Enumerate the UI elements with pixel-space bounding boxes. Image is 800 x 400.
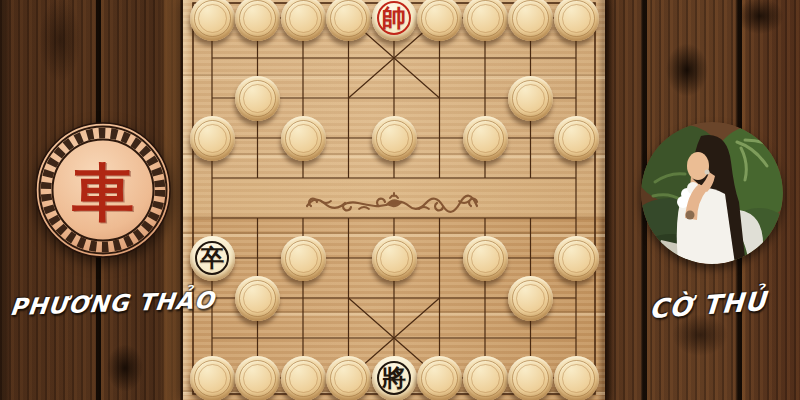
board-point-c9r7[interactable] (553, 238, 599, 278)
piece-covered[interactable] (508, 356, 553, 400)
board-point-c8r1[interactable] (508, 0, 554, 38)
board-point-c2r10[interactable] (235, 358, 281, 398)
chariot-emblem: 車 車 (35, 122, 171, 258)
piece-covered[interactable] (463, 116, 508, 161)
board-point-c5r7[interactable] (371, 238, 417, 278)
piece-covered[interactable] (281, 236, 326, 281)
piece-covered[interactable] (554, 236, 599, 281)
board-point-c1r7[interactable]: 卒 (189, 238, 235, 278)
piece-covered[interactable] (554, 0, 599, 41)
board-point-c5r1[interactable]: 帥 (371, 0, 417, 38)
board-point-c3r4[interactable] (280, 118, 326, 158)
board-point-c7r10[interactable] (462, 358, 508, 398)
board-point-c9r10[interactable] (553, 358, 599, 398)
piece-character: 帥 (382, 6, 406, 30)
piece-covered[interactable] (463, 236, 508, 281)
xiangqi-thumbnail: 帥卒將 車 車 (0, 0, 800, 400)
board-point-c2r3[interactable] (235, 78, 281, 118)
board-point-c9r4[interactable] (553, 118, 599, 158)
chariot-emblem-graphic: 車 車 (35, 122, 171, 258)
piece-ring: 帥 (377, 1, 411, 35)
piece-covered[interactable] (326, 0, 371, 41)
board-point-c2r1[interactable] (235, 0, 281, 38)
board-point-c7r1[interactable] (462, 0, 508, 38)
board-point-c8r8[interactable] (508, 278, 554, 318)
piece-covered[interactable] (281, 0, 326, 41)
board-point-c6r1[interactable] (417, 0, 463, 38)
piece-covered[interactable] (508, 76, 553, 121)
piece-covered[interactable] (235, 276, 280, 321)
board-point-c9r1[interactable] (553, 0, 599, 38)
board-point-c7r7[interactable] (462, 238, 508, 278)
piece-character: 卒 (200, 246, 224, 270)
piece-covered[interactable] (190, 116, 235, 161)
player-avatar-graphic (641, 122, 783, 264)
piece-covered[interactable] (372, 236, 417, 281)
piece-covered[interactable] (281, 116, 326, 161)
board-point-c3r7[interactable] (280, 238, 326, 278)
board-point-c1r1[interactable] (189, 0, 235, 38)
board-point-c8r10[interactable] (508, 358, 554, 398)
piece-covered[interactable] (463, 356, 508, 400)
board-point-c1r10[interactable] (189, 358, 235, 398)
board-point-c8r3[interactable] (508, 78, 554, 118)
board-point-c4r1[interactable] (326, 0, 372, 38)
board-point-c7r4[interactable] (462, 118, 508, 158)
piece-covered[interactable] (508, 276, 553, 321)
chariot-character: 車 (71, 156, 134, 229)
piece-covered[interactable] (463, 0, 508, 41)
piece-black-revealed[interactable]: 將 (372, 356, 417, 400)
piece-covered[interactable] (235, 356, 280, 400)
piece-covered[interactable] (326, 356, 371, 400)
piece-covered[interactable] (554, 356, 599, 400)
piece-covered[interactable] (190, 0, 235, 41)
piece-character: 將 (382, 366, 406, 390)
board-point-c6r10[interactable] (417, 358, 463, 398)
piece-covered[interactable] (190, 356, 235, 400)
board-point-c5r10[interactable]: 將 (371, 358, 417, 398)
board-point-c3r10[interactable] (280, 358, 326, 398)
piece-red-revealed[interactable]: 帥 (372, 0, 417, 41)
board-point-c1r4[interactable] (189, 118, 235, 158)
piece-covered[interactable] (417, 0, 462, 41)
piece-covered[interactable] (235, 76, 280, 121)
piece-covered[interactable] (417, 356, 462, 400)
board-points: 帥卒將 (189, 0, 599, 398)
piece-black-revealed[interactable]: 卒 (190, 236, 235, 281)
board-point-c3r1[interactable] (280, 0, 326, 38)
piece-ring: 卒 (195, 241, 229, 275)
player-avatar (641, 122, 783, 264)
piece-ring: 將 (377, 361, 411, 395)
piece-covered[interactable] (281, 356, 326, 400)
board-point-c4r10[interactable] (326, 358, 372, 398)
board-point-c5r4[interactable] (371, 118, 417, 158)
piece-covered[interactable] (508, 0, 553, 41)
piece-covered[interactable] (554, 116, 599, 161)
piece-covered[interactable] (372, 116, 417, 161)
piece-covered[interactable] (235, 0, 280, 41)
board-point-c2r8[interactable] (235, 278, 281, 318)
xiangqi-board: 帥卒將 (183, 0, 605, 400)
